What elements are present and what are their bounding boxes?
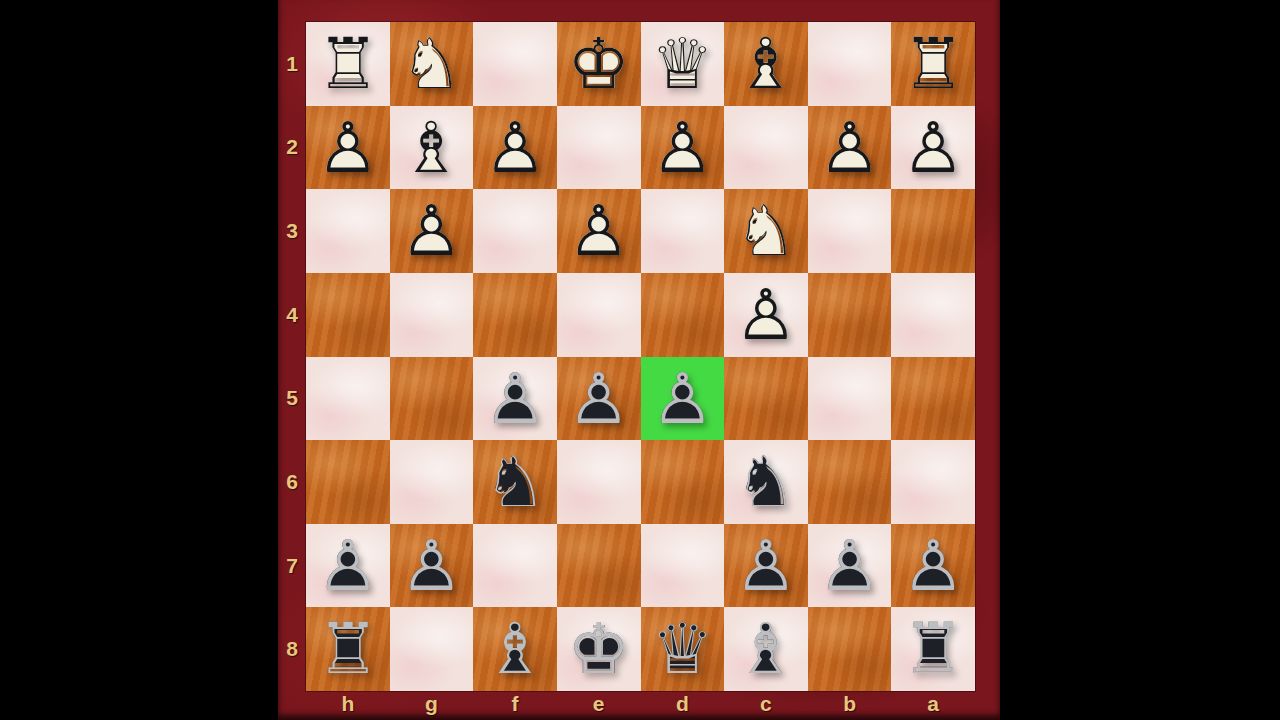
square-c4[interactable]: ♟♙ — [724, 273, 808, 357]
square-g7[interactable]: ♟♙ — [390, 524, 474, 608]
square-g6[interactable] — [390, 440, 474, 524]
square-b1[interactable] — [808, 22, 892, 106]
square-f1[interactable] — [473, 22, 557, 106]
square-f7[interactable] — [473, 524, 557, 608]
white-pawn-piece[interactable]: ♟♙ — [641, 106, 725, 190]
black-pawn-piece[interactable]: ♟♙ — [557, 357, 641, 441]
piece-glyph-outline: ♙ — [641, 106, 725, 190]
black-pawn-piece[interactable]: ♟♙ — [808, 524, 892, 608]
square-a1[interactable]: ♜♖ — [891, 22, 975, 106]
square-b3[interactable] — [808, 189, 892, 273]
white-pawn-piece[interactable]: ♟♙ — [473, 106, 557, 190]
file-label-c: c — [724, 691, 808, 717]
white-rook-piece[interactable]: ♜♖ — [306, 22, 390, 106]
piece-glyph-outline: ♖ — [306, 22, 390, 106]
piece-glyph-outline: ♔ — [557, 22, 641, 106]
piece-glyph-outline: ♙ — [808, 524, 892, 608]
white-pawn-piece[interactable]: ♟♙ — [306, 106, 390, 190]
file-label-b: b — [808, 691, 892, 717]
square-e1[interactable]: ♚♔ — [557, 22, 641, 106]
white-queen-piece[interactable]: ♛♕ — [641, 22, 725, 106]
square-c2[interactable] — [724, 106, 808, 190]
square-d2[interactable]: ♟♙ — [641, 106, 725, 190]
piece-glyph-outline: ♙ — [473, 106, 557, 190]
piece-glyph-outline: ♙ — [724, 273, 808, 357]
rank-labels: 12345678 — [278, 22, 306, 691]
square-b6[interactable] — [808, 440, 892, 524]
square-a7[interactable]: ♟♙ — [891, 524, 975, 608]
square-d4[interactable] — [641, 273, 725, 357]
square-d5[interactable]: ♟♙ — [641, 357, 725, 441]
square-e6[interactable] — [557, 440, 641, 524]
square-f8[interactable]: ♝♗ — [473, 607, 557, 691]
piece-glyph-outline: ♗ — [473, 607, 557, 691]
square-h1[interactable]: ♜♖ — [306, 22, 390, 106]
square-f4[interactable] — [473, 273, 557, 357]
square-e8[interactable]: ♚♔ — [557, 607, 641, 691]
file-label-e: e — [557, 691, 641, 717]
rank-label-1: 1 — [278, 22, 306, 106]
white-pawn-piece[interactable]: ♟♙ — [390, 189, 474, 273]
piece-glyph-outline: ♗ — [724, 22, 808, 106]
square-c5[interactable] — [724, 357, 808, 441]
black-queen-piece[interactable]: ♛♕ — [641, 607, 725, 691]
piece-glyph-outline: ♙ — [891, 106, 975, 190]
white-pawn-piece[interactable]: ♟♙ — [891, 106, 975, 190]
square-h2[interactable]: ♟♙ — [306, 106, 390, 190]
square-g4[interactable] — [390, 273, 474, 357]
rank-label-7: 7 — [278, 524, 306, 608]
square-a3[interactable] — [891, 189, 975, 273]
white-pawn-piece[interactable]: ♟♙ — [808, 106, 892, 190]
piece-glyph-outline: ♙ — [724, 524, 808, 608]
square-d6[interactable] — [641, 440, 725, 524]
piece-glyph-outline: ♙ — [306, 524, 390, 608]
white-pawn-piece[interactable]: ♟♙ — [724, 273, 808, 357]
square-a2[interactable]: ♟♙ — [891, 106, 975, 190]
black-pawn-piece[interactable]: ♟♙ — [641, 357, 725, 441]
square-e2[interactable] — [557, 106, 641, 190]
piece-glyph-outline: ♙ — [306, 106, 390, 190]
piece-glyph-outline: ♙ — [390, 524, 474, 608]
piece-glyph-outline: ♙ — [808, 106, 892, 190]
square-h8[interactable]: ♜♖ — [306, 607, 390, 691]
rank-label-3: 3 — [278, 189, 306, 273]
square-g8[interactable] — [390, 607, 474, 691]
piece-glyph-outline: ♕ — [641, 22, 725, 106]
square-c3[interactable]: ♞♘ — [724, 189, 808, 273]
square-b8[interactable] — [808, 607, 892, 691]
square-d3[interactable] — [641, 189, 725, 273]
file-label-h: h — [306, 691, 390, 717]
square-d7[interactable] — [641, 524, 725, 608]
square-d1[interactable]: ♛♕ — [641, 22, 725, 106]
piece-glyph-outline: ♖ — [306, 607, 390, 691]
square-a5[interactable] — [891, 357, 975, 441]
black-bishop-piece[interactable]: ♝♗ — [473, 607, 557, 691]
square-f3[interactable] — [473, 189, 557, 273]
piece-glyph-outline: ♕ — [641, 607, 725, 691]
square-g3[interactable]: ♟♙ — [390, 189, 474, 273]
black-knight-piece[interactable]: ♞♘ — [724, 440, 808, 524]
square-g2[interactable]: ♝♗ — [390, 106, 474, 190]
piece-glyph-outline: ♘ — [724, 440, 808, 524]
square-a4[interactable] — [891, 273, 975, 357]
piece-glyph-outline: ♙ — [473, 357, 557, 441]
square-a6[interactable] — [891, 440, 975, 524]
square-e3[interactable]: ♟♙ — [557, 189, 641, 273]
piece-glyph-outline: ♘ — [473, 440, 557, 524]
square-g1[interactable]: ♞♘ — [390, 22, 474, 106]
black-pawn-piece[interactable]: ♟♙ — [891, 524, 975, 608]
square-c8[interactable]: ♝♗ — [724, 607, 808, 691]
square-f5[interactable]: ♟♙ — [473, 357, 557, 441]
square-b2[interactable]: ♟♙ — [808, 106, 892, 190]
square-f2[interactable]: ♟♙ — [473, 106, 557, 190]
screenshot-stage: 12345678 ♜♖♞♘♚♔♛♕♝♗♜♖♟♙♝♗♟♙♟♙♟♙♟♙♟♙♟♙♞♘♟… — [0, 0, 1280, 720]
square-c7[interactable]: ♟♙ — [724, 524, 808, 608]
square-d8[interactable]: ♛♕ — [641, 607, 725, 691]
piece-glyph-outline: ♘ — [390, 22, 474, 106]
square-e7[interactable] — [557, 524, 641, 608]
black-rook-piece[interactable]: ♜♖ — [306, 607, 390, 691]
black-pawn-piece[interactable]: ♟♙ — [724, 524, 808, 608]
piece-glyph-outline: ♙ — [641, 357, 725, 441]
rank-label-2: 2 — [278, 106, 306, 190]
square-h6[interactable] — [306, 440, 390, 524]
file-labels: hgfedcba — [306, 691, 975, 717]
square-e4[interactable] — [557, 273, 641, 357]
square-h4[interactable] — [306, 273, 390, 357]
square-b5[interactable] — [808, 357, 892, 441]
black-pawn-piece[interactable]: ♟♙ — [473, 357, 557, 441]
rank-label-4: 4 — [278, 273, 306, 357]
piece-glyph-outline: ♙ — [557, 189, 641, 273]
piece-glyph-outline: ♘ — [724, 189, 808, 273]
black-knight-piece[interactable]: ♞♘ — [473, 440, 557, 524]
piece-glyph-outline: ♔ — [557, 607, 641, 691]
file-label-g: g — [390, 691, 474, 717]
rank-label-5: 5 — [278, 357, 306, 441]
piece-glyph-outline: ♖ — [891, 607, 975, 691]
square-e5[interactable]: ♟♙ — [557, 357, 641, 441]
black-pawn-piece[interactable]: ♟♙ — [306, 524, 390, 608]
square-h3[interactable] — [306, 189, 390, 273]
black-pawn-piece[interactable]: ♟♙ — [390, 524, 474, 608]
square-h5[interactable] — [306, 357, 390, 441]
file-label-a: a — [891, 691, 975, 717]
board-frame: 12345678 ♜♖♞♘♚♔♛♕♝♗♜♖♟♙♝♗♟♙♟♙♟♙♟♙♟♙♟♙♞♘♟… — [278, 0, 1000, 720]
square-a8[interactable]: ♜♖ — [891, 607, 975, 691]
white-pawn-piece[interactable]: ♟♙ — [557, 189, 641, 273]
square-h7[interactable]: ♟♙ — [306, 524, 390, 608]
square-g5[interactable] — [390, 357, 474, 441]
white-rook-piece[interactable]: ♜♖ — [891, 22, 975, 106]
white-bishop-piece[interactable]: ♝♗ — [724, 22, 808, 106]
square-c1[interactable]: ♝♗ — [724, 22, 808, 106]
black-king-piece[interactable]: ♚♔ — [557, 607, 641, 691]
square-f6[interactable]: ♞♘ — [473, 440, 557, 524]
white-bishop-piece[interactable]: ♝♗ — [390, 106, 474, 190]
white-knight-piece[interactable]: ♞♘ — [390, 22, 474, 106]
white-knight-piece[interactable]: ♞♘ — [724, 189, 808, 273]
rank-label-6: 6 — [278, 440, 306, 524]
piece-glyph-outline: ♙ — [390, 189, 474, 273]
file-label-d: d — [641, 691, 725, 717]
white-king-piece[interactable]: ♚♔ — [557, 22, 641, 106]
black-bishop-piece[interactable]: ♝♗ — [724, 607, 808, 691]
piece-glyph-outline: ♖ — [891, 22, 975, 106]
square-b4[interactable] — [808, 273, 892, 357]
black-rook-piece[interactable]: ♜♖ — [891, 607, 975, 691]
piece-glyph-outline: ♗ — [390, 106, 474, 190]
file-label-f: f — [473, 691, 557, 717]
chess-board: ♜♖♞♘♚♔♛♕♝♗♜♖♟♙♝♗♟♙♟♙♟♙♟♙♟♙♟♙♞♘♟♙♟♙♟♙♟♙♞♘… — [306, 22, 975, 691]
piece-glyph-outline: ♙ — [891, 524, 975, 608]
rank-label-8: 8 — [278, 607, 306, 691]
piece-glyph-outline: ♗ — [724, 607, 808, 691]
piece-glyph-outline: ♙ — [557, 357, 641, 441]
square-c6[interactable]: ♞♘ — [724, 440, 808, 524]
square-b7[interactable]: ♟♙ — [808, 524, 892, 608]
